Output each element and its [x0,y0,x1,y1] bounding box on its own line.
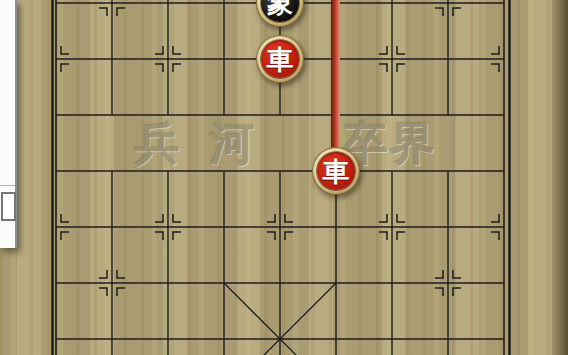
dialog-divider-line [0,185,15,186]
red-chariot-piece[interactable]: 車 [256,35,304,83]
piece-glyph: 車 [323,158,350,185]
overlapping-dialog-edge [0,0,17,248]
dialog-partial-button[interactable] [1,192,16,221]
piece-glyph: 象 [267,0,293,17]
last-move-indicator-line [331,0,340,171]
red-chariot-piece-last-moved[interactable]: 車 [312,147,360,195]
piece-glyph: 車 [267,46,294,73]
xiangqi-app-window: 兵 河 卒 界 象 車 車 [0,0,568,355]
